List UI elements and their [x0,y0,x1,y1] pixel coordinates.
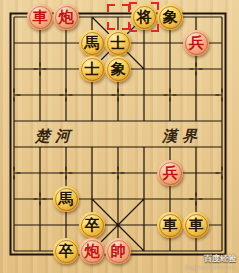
river-label-right: 漢界 [151,126,213,146]
piece-black-卒[interactable]: 卒 [53,238,79,264]
piece-black-士[interactable]: 士 [105,30,131,56]
piece-glyph: 士 [111,36,126,51]
bracket-corner [151,2,159,10]
watermark-url: jingyan.baidu.com [185,264,236,270]
last-move-to-marker [129,2,159,32]
piece-glyph: 兵 [163,166,178,181]
piece-glyph: 炮 [85,244,100,259]
piece-glyph: 士 [85,62,100,77]
piece-red-帥[interactable]: 帥 [105,238,131,264]
watermark-brand: 百度经验 [185,255,236,264]
piece-black-馬[interactable]: 馬 [53,186,79,212]
river-label-left: 楚河 [24,126,86,146]
bracket-corner [151,24,159,32]
piece-glyph: 車 [163,218,178,233]
piece-black-象[interactable]: 象 [105,56,131,82]
last-move-from-marker [107,4,130,30]
piece-glyph: 馬 [85,36,100,51]
piece-glyph: 帥 [111,244,126,259]
bracket-corner [107,4,115,12]
piece-red-兵[interactable]: 兵 [183,30,209,56]
piece-black-車[interactable]: 車 [157,212,183,238]
piece-glyph: 象 [163,10,178,25]
piece-red-兵[interactable]: 兵 [157,160,183,186]
piece-black-士[interactable]: 士 [79,56,105,82]
piece-glyph: 馬 [59,192,74,207]
piece-glyph: 象 [111,62,126,77]
piece-red-炮[interactable]: 炮 [53,4,79,30]
xiangqi-board[interactable]: 楚河 漢界 車炮将象馬士兵士象兵馬卒車車卒炮帥 百度经验 jingyan.bai… [0,0,239,273]
piece-black-車[interactable]: 車 [183,212,209,238]
piece-glyph: 車 [189,218,204,233]
bracket-corner [107,22,115,30]
piece-glyph: 卒 [59,244,74,259]
piece-black-馬[interactable]: 馬 [79,30,105,56]
piece-black-象[interactable]: 象 [157,4,183,30]
piece-glyph: 車 [33,10,48,25]
bracket-corner [129,24,137,32]
piece-red-炮[interactable]: 炮 [79,238,105,264]
piece-red-車[interactable]: 車 [27,4,53,30]
piece-black-卒[interactable]: 卒 [79,212,105,238]
watermark: 百度经验 jingyan.baidu.com [185,255,236,270]
piece-glyph: 炮 [59,10,74,25]
piece-glyph: 兵 [189,36,204,51]
piece-glyph: 卒 [85,218,100,233]
bracket-corner [129,2,137,10]
